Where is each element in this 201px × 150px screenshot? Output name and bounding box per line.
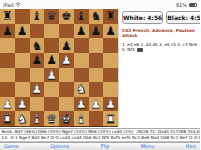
square-a5[interactable] bbox=[0, 53, 15, 68]
toolbar-game-button[interactable]: Game bbox=[4, 143, 19, 149]
battery-percent: 81% bbox=[176, 2, 187, 8]
white-pawn: ♟ bbox=[105, 98, 116, 110]
black-bishop: ♝ bbox=[76, 10, 87, 22]
square-b1[interactable]: ♞ bbox=[15, 111, 30, 126]
white-clock-button[interactable]: White: 4:56 bbox=[122, 11, 163, 24]
square-d5[interactable]: ♟ bbox=[44, 53, 59, 68]
square-e4[interactable] bbox=[59, 68, 74, 83]
square-d1[interactable]: ♛ bbox=[44, 111, 59, 126]
square-h5[interactable] bbox=[103, 53, 118, 68]
black-pawn: ♟ bbox=[61, 40, 72, 52]
square-g8[interactable]: ♞ bbox=[89, 9, 104, 24]
black-knight: ♞ bbox=[90, 10, 101, 22]
toolbar-options-button[interactable]: Options bbox=[50, 143, 69, 149]
square-e1[interactable]: ♚ bbox=[59, 111, 74, 126]
white-queen: ♛ bbox=[46, 113, 57, 125]
square-h1[interactable]: ♜ bbox=[103, 111, 118, 126]
white-pawn: ♟ bbox=[17, 98, 28, 110]
square-a6[interactable] bbox=[0, 38, 15, 53]
white-pawn: ♟ bbox=[61, 54, 72, 66]
square-g1[interactable] bbox=[89, 111, 104, 126]
black-knight: ♞ bbox=[31, 40, 42, 52]
engine-pv-strip: 14: -0.1 Nge7 Bd3 Be7 O-O cxd4 cxd4 Qb6 … bbox=[0, 135, 200, 142]
square-d4[interactable]: ♟ bbox=[44, 68, 59, 83]
white-knight: ♞ bbox=[76, 83, 87, 95]
square-e5[interactable]: ♟ bbox=[59, 53, 74, 68]
square-a7[interactable]: ♟ bbox=[0, 24, 15, 39]
white-bishop: ♝ bbox=[76, 113, 87, 125]
device-label: iPad bbox=[3, 2, 13, 8]
white-pawn: ♟ bbox=[46, 69, 57, 81]
white-king: ♚ bbox=[61, 113, 72, 125]
white-knight: ♞ bbox=[17, 113, 28, 125]
square-b6[interactable] bbox=[15, 38, 30, 53]
square-d2[interactable] bbox=[44, 97, 59, 112]
book-stats-text: Book: Bd7 (46%) Qb6 (25%) Nge7 (14%) Nh6… bbox=[2, 129, 134, 134]
engine-stats-text: 26/26 72: Qxd5 117268 314 kN/s bbox=[136, 129, 200, 134]
black-pawn: ♟ bbox=[90, 25, 101, 37]
wifi-icon bbox=[15, 2, 21, 7]
square-f1[interactable]: ♝ bbox=[74, 111, 89, 126]
square-d3[interactable] bbox=[44, 82, 59, 97]
square-f6[interactable] bbox=[74, 38, 89, 53]
black-clock-button[interactable]: Black: 4:52 bbox=[166, 11, 200, 24]
square-f2[interactable]: ♟ bbox=[74, 97, 89, 112]
square-a8[interactable]: ♜ bbox=[0, 9, 15, 24]
square-d8[interactable]: ♛ bbox=[44, 9, 59, 24]
square-h4[interactable] bbox=[103, 68, 118, 83]
black-pawn: ♟ bbox=[46, 54, 57, 66]
square-d6[interactable] bbox=[44, 38, 59, 53]
square-a4[interactable] bbox=[0, 68, 15, 83]
square-c5[interactable]: ♟ bbox=[30, 53, 45, 68]
square-f3[interactable]: ♞ bbox=[74, 82, 89, 97]
square-h3[interactable] bbox=[103, 82, 118, 97]
square-b5[interactable] bbox=[15, 53, 30, 68]
square-g4[interactable] bbox=[89, 68, 104, 83]
white-pawn: ♟ bbox=[31, 83, 42, 95]
square-f8[interactable]: ♝ bbox=[74, 9, 89, 24]
engine-pv-text: 14: -0.1 Nge7 Bd3 Be7 O-O cxd4 cxd4 Qb6 … bbox=[2, 135, 201, 140]
square-e8[interactable]: ♚ bbox=[59, 9, 74, 24]
white-pawn: ♟ bbox=[2, 98, 13, 110]
square-c1[interactable]: ♝ bbox=[30, 111, 45, 126]
square-c2[interactable] bbox=[30, 97, 45, 112]
black-pawn: ♟ bbox=[2, 25, 13, 37]
square-c3[interactable]: ♟ bbox=[30, 82, 45, 97]
white-rook: ♜ bbox=[2, 113, 13, 125]
toolbar-hint-button[interactable]: Hint bbox=[186, 143, 196, 149]
black-pawn: ♟ bbox=[105, 25, 116, 37]
battery-icon bbox=[189, 3, 197, 7]
square-g3[interactable] bbox=[89, 82, 104, 97]
black-queen: ♛ bbox=[46, 10, 57, 22]
square-h2[interactable]: ♟ bbox=[103, 97, 118, 112]
square-a3[interactable] bbox=[0, 82, 15, 97]
square-e2[interactable] bbox=[59, 97, 74, 112]
square-c8[interactable]: ♝ bbox=[30, 9, 45, 24]
black-rook: ♜ bbox=[105, 10, 116, 22]
square-b4[interactable] bbox=[15, 68, 30, 83]
toolbar-flip-button[interactable]: Flip bbox=[101, 143, 110, 149]
black-king: ♚ bbox=[61, 10, 72, 22]
square-b7[interactable]: ♟ bbox=[15, 24, 30, 39]
square-e7[interactable] bbox=[59, 24, 74, 39]
square-c6[interactable]: ♞ bbox=[30, 38, 45, 53]
black-bishop: ♝ bbox=[31, 10, 42, 22]
square-g5[interactable] bbox=[89, 53, 104, 68]
white-pawn: ♟ bbox=[90, 98, 101, 110]
side-panel: White: 4:56 Black: 4:52 C02 French, Adva… bbox=[118, 9, 200, 127]
square-b2[interactable]: ♟ bbox=[15, 97, 30, 112]
square-g6[interactable] bbox=[89, 38, 104, 53]
status-bar: iPad 81% bbox=[0, 0, 200, 9]
toolbar-menu-button[interactable]: Menu bbox=[141, 143, 155, 149]
bottom-toolbar: GameOptionsFlipMenuHint bbox=[0, 142, 200, 150]
black-pawn: ♟ bbox=[76, 25, 87, 37]
square-a1[interactable]: ♜ bbox=[0, 111, 15, 126]
move-list[interactable]: 1. e4 e6 2. d4 d5 3. e5 c5 4. c3 Nc6 5. … bbox=[122, 42, 198, 53]
square-h7[interactable]: ♟ bbox=[103, 24, 118, 39]
square-c7[interactable] bbox=[30, 24, 45, 39]
square-h8[interactable]: ♜ bbox=[103, 9, 118, 24]
opening-name: C02 French, Advance, Paulsen attack bbox=[122, 28, 198, 39]
chess-board[interactable]: ♜♝♛♚♝♞♜♟♟♟♟♟♞♟♟♟♟♟♟♞♟♟♟♟♟♜♞♝♛♚♝♜ bbox=[0, 9, 118, 127]
white-pawn: ♟ bbox=[76, 98, 87, 110]
square-e6[interactable]: ♟ bbox=[59, 38, 74, 53]
black-pawn: ♟ bbox=[17, 25, 28, 37]
square-e3[interactable] bbox=[59, 82, 74, 97]
white-bishop: ♝ bbox=[31, 113, 42, 125]
square-h6[interactable] bbox=[103, 38, 118, 53]
square-a2[interactable]: ♟ bbox=[0, 97, 15, 112]
square-f7[interactable]: ♟ bbox=[74, 24, 89, 39]
square-d7[interactable] bbox=[44, 24, 59, 39]
square-g7[interactable]: ♟ bbox=[89, 24, 104, 39]
book-stats-strip: Book: Bd7 (46%) Qb6 (25%) Nge7 (14%) Nh6… bbox=[0, 128, 200, 135]
square-f5[interactable] bbox=[74, 53, 89, 68]
black-pawn: ♟ bbox=[31, 54, 42, 66]
book-badge-icon[interactable] bbox=[137, 48, 143, 52]
square-b3[interactable] bbox=[15, 82, 30, 97]
move-list-text: 1. e4 e6 2. d4 d5 3. e5 c5 4. c3 Nc6 5. … bbox=[122, 42, 197, 52]
white-rook: ♜ bbox=[105, 113, 116, 125]
square-c4[interactable] bbox=[30, 68, 45, 83]
square-f4[interactable] bbox=[74, 68, 89, 83]
black-rook: ♜ bbox=[2, 10, 13, 22]
square-g2[interactable]: ♟ bbox=[89, 97, 104, 112]
square-b8[interactable] bbox=[15, 9, 30, 24]
